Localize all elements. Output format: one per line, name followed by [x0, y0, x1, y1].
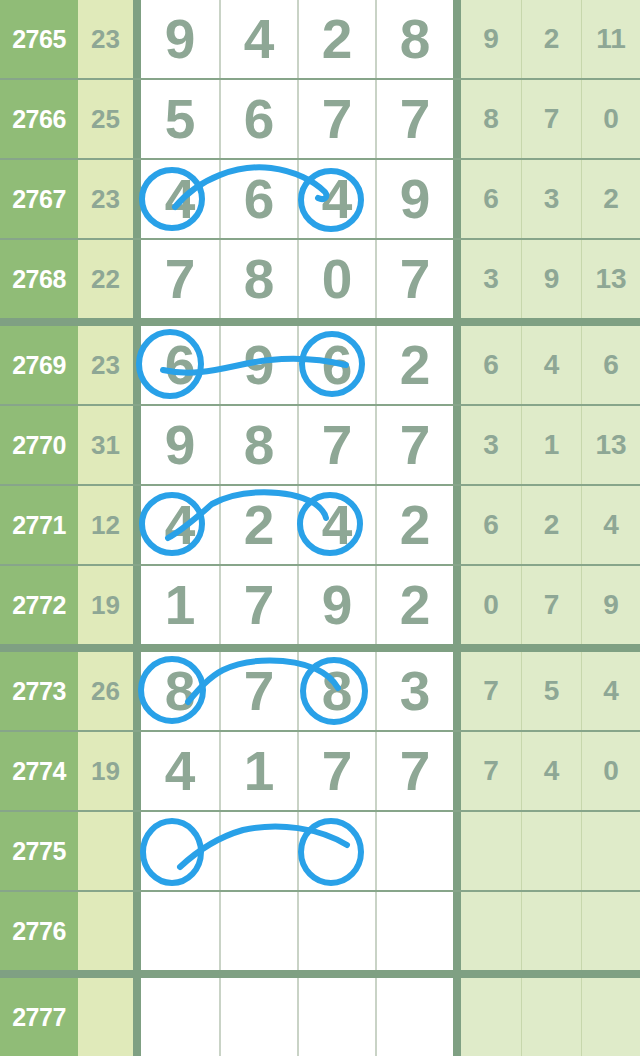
digit-cell: 6 — [219, 80, 297, 158]
digit-cell: 3 — [375, 652, 453, 730]
digit-cell: 6 — [141, 326, 219, 404]
vertical-divider — [133, 80, 141, 158]
draw-id-cell: 2769 — [0, 326, 78, 404]
stat-cell: 9 — [461, 0, 521, 78]
stat-cell — [581, 978, 640, 1056]
stat-cell: 0 — [581, 732, 640, 810]
table-row[interactable]: 2774 19 4 1 7 7 7 4 0 — [0, 732, 640, 810]
stat-cell: 7 — [461, 732, 521, 810]
stat-cell — [521, 978, 581, 1056]
vertical-divider — [453, 652, 461, 730]
table-row[interactable]: 2772 19 1 7 9 2 0 7 9 — [0, 566, 640, 644]
stat-cell: 6 — [581, 326, 640, 404]
table-row[interactable]: 2773 26 8 7 8 3 7 5 4 — [0, 652, 640, 730]
stat-cell: 13 — [581, 240, 640, 318]
vertical-divider — [453, 406, 461, 484]
digit-cell: 6 — [219, 160, 297, 238]
stat-cell: 5 — [521, 652, 581, 730]
sum-value-cell: 12 — [78, 486, 133, 564]
digit-cell: 4 — [219, 0, 297, 78]
group-divider — [0, 644, 640, 652]
stat-cell: 4 — [521, 732, 581, 810]
stat-cell: 6 — [461, 160, 521, 238]
draw-id-cell: 2768 — [0, 240, 78, 318]
stat-cell: 4 — [581, 486, 640, 564]
vertical-divider — [133, 566, 141, 644]
digit-cell — [297, 892, 375, 970]
stat-cell: 4 — [521, 326, 581, 404]
stat-cell — [461, 978, 521, 1056]
table-row[interactable]: 2770 31 9 8 7 7 3 1 13 — [0, 406, 640, 484]
table-row[interactable]: 2768 22 7 8 0 7 3 9 13 — [0, 240, 640, 318]
digit-cell: 7 — [297, 80, 375, 158]
digit-cell: 7 — [297, 406, 375, 484]
sum-value-cell: 23 — [78, 0, 133, 78]
digit-cell: 2 — [375, 326, 453, 404]
sum-value-cell: 23 — [78, 326, 133, 404]
table-row[interactable]: 2769 23 6 9 6 2 6 4 6 — [0, 326, 640, 404]
digit-cell — [297, 812, 375, 890]
sum-value-cell: 26 — [78, 652, 133, 730]
vertical-divider — [453, 160, 461, 238]
digit-cell: 1 — [141, 566, 219, 644]
sum-value-cell: 25 — [78, 80, 133, 158]
digit-cell: 7 — [219, 566, 297, 644]
digit-cell — [219, 812, 297, 890]
sum-value-cell — [78, 978, 133, 1056]
digit-cell: 7 — [297, 732, 375, 810]
vertical-divider — [453, 732, 461, 810]
vertical-divider — [133, 978, 141, 1056]
digit-cell: 7 — [375, 732, 453, 810]
stat-cell: 3 — [461, 240, 521, 318]
digit-cell — [375, 812, 453, 890]
stat-cell: 6 — [461, 326, 521, 404]
draw-id-cell: 2776 — [0, 892, 78, 970]
stat-cell — [461, 892, 521, 970]
stat-cell — [521, 812, 581, 890]
stat-cell: 1 — [521, 406, 581, 484]
digit-cell: 4 — [297, 160, 375, 238]
digit-cell: 2 — [375, 566, 453, 644]
digit-cell: 4 — [141, 732, 219, 810]
stat-cell: 7 — [521, 566, 581, 644]
stat-cell: 11 — [581, 0, 640, 78]
vertical-divider — [133, 812, 141, 890]
draw-id-cell: 2772 — [0, 566, 78, 644]
sum-value-cell: 22 — [78, 240, 133, 318]
stat-cell: 0 — [461, 566, 521, 644]
group-divider — [0, 970, 640, 978]
digit-cell: 1 — [219, 732, 297, 810]
stat-cell: 8 — [461, 80, 521, 158]
digit-cell: 8 — [219, 240, 297, 318]
digit-cell: 9 — [141, 0, 219, 78]
vertical-divider — [133, 732, 141, 810]
stat-cell: 3 — [461, 406, 521, 484]
draw-id-cell: 2767 — [0, 160, 78, 238]
sum-value-cell — [78, 812, 133, 890]
stat-cell: 6 — [461, 486, 521, 564]
digit-cell: 4 — [297, 486, 375, 564]
digit-cell: 7 — [141, 240, 219, 318]
table-row[interactable]: 2776 — [0, 892, 640, 970]
stat-cell — [581, 812, 640, 890]
vertical-divider — [453, 486, 461, 564]
stat-cell — [521, 892, 581, 970]
digit-cell: 9 — [219, 326, 297, 404]
stat-cell: 9 — [581, 566, 640, 644]
lottery-trend-board: 2765 23 9 4 2 8 9 2 11 2766 25 5 6 7 7 8… — [0, 0, 640, 1057]
digit-cell: 7 — [375, 80, 453, 158]
digit-cell: 0 — [297, 240, 375, 318]
digit-cell — [297, 978, 375, 1056]
table-row[interactable]: 2766 25 5 6 7 7 8 7 0 — [0, 80, 640, 158]
sum-value-cell — [78, 892, 133, 970]
vertical-divider — [133, 486, 141, 564]
table-row[interactable]: 2775 — [0, 812, 640, 890]
digit-cell: 7 — [219, 652, 297, 730]
digit-cell: 2 — [297, 0, 375, 78]
digit-cell: 8 — [297, 652, 375, 730]
table-row[interactable]: 2765 23 9 4 2 8 9 2 11 — [0, 0, 640, 78]
draw-id-cell: 2771 — [0, 486, 78, 564]
stat-cell: 2 — [581, 160, 640, 238]
digit-cell — [219, 978, 297, 1056]
digit-cell: 7 — [375, 240, 453, 318]
table-row[interactable]: 2771 12 4 2 4 2 6 2 4 — [0, 486, 640, 564]
stat-cell: 13 — [581, 406, 640, 484]
draw-id-cell: 2773 — [0, 652, 78, 730]
draw-id-cell: 2766 — [0, 80, 78, 158]
stat-cell: 0 — [581, 80, 640, 158]
sum-value-cell: 19 — [78, 732, 133, 810]
vertical-divider — [133, 652, 141, 730]
draw-id-cell: 2770 — [0, 406, 78, 484]
vertical-divider — [453, 978, 461, 1056]
vertical-divider — [453, 812, 461, 890]
vertical-divider — [133, 0, 141, 78]
stat-cell — [461, 812, 521, 890]
vertical-divider — [133, 892, 141, 970]
vertical-divider — [133, 160, 141, 238]
digit-cell: 6 — [297, 326, 375, 404]
digit-cell: 4 — [141, 486, 219, 564]
digit-cell: 2 — [375, 486, 453, 564]
sum-value-cell: 19 — [78, 566, 133, 644]
digit-cell: 7 — [375, 406, 453, 484]
draw-id-cell: 2777 — [0, 978, 78, 1056]
group-divider — [0, 318, 640, 326]
stat-cell: 4 — [581, 652, 640, 730]
digit-cell — [141, 892, 219, 970]
sum-value-cell: 23 — [78, 160, 133, 238]
stat-cell: 7 — [521, 80, 581, 158]
stat-cell: 2 — [521, 0, 581, 78]
digit-cell — [375, 978, 453, 1056]
digit-cell: 8 — [375, 0, 453, 78]
draw-id-cell: 2765 — [0, 0, 78, 78]
digit-cell: 9 — [141, 406, 219, 484]
table-row[interactable]: 2767 23 4 6 4 9 6 3 2 — [0, 160, 640, 238]
stat-cell — [581, 892, 640, 970]
digit-cell — [375, 892, 453, 970]
sum-value-cell: 31 — [78, 406, 133, 484]
vertical-divider — [453, 326, 461, 404]
digit-cell: 9 — [297, 566, 375, 644]
digit-cell: 5 — [141, 80, 219, 158]
digit-cell: 4 — [141, 160, 219, 238]
stat-cell: 3 — [521, 160, 581, 238]
digit-cell — [141, 812, 219, 890]
draw-id-cell: 2774 — [0, 732, 78, 810]
vertical-divider — [133, 326, 141, 404]
digit-cell — [141, 978, 219, 1056]
vertical-divider — [453, 892, 461, 970]
vertical-divider — [453, 0, 461, 78]
stat-cell: 2 — [521, 486, 581, 564]
vertical-divider — [453, 80, 461, 158]
vertical-divider — [133, 406, 141, 484]
digit-cell: 8 — [141, 652, 219, 730]
digit-cell: 2 — [219, 486, 297, 564]
stat-cell: 7 — [461, 652, 521, 730]
stat-cell: 9 — [521, 240, 581, 318]
draw-id-cell: 2775 — [0, 812, 78, 890]
digit-cell — [219, 892, 297, 970]
digit-cell: 8 — [219, 406, 297, 484]
digit-cell: 9 — [375, 160, 453, 238]
vertical-divider — [453, 566, 461, 644]
vertical-divider — [133, 240, 141, 318]
table-row[interactable]: 2777 — [0, 978, 640, 1056]
vertical-divider — [453, 240, 461, 318]
